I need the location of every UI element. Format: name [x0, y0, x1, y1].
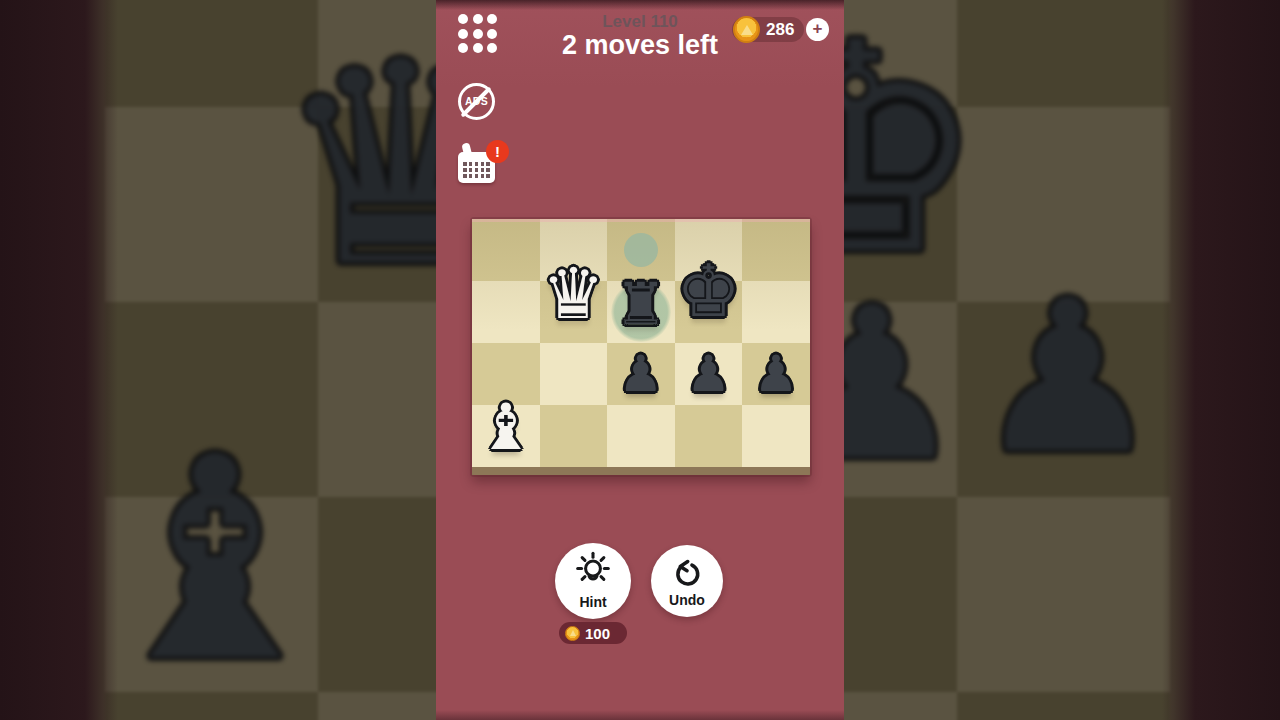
undo-arrow-icon — [670, 558, 704, 592]
app-column: Level 110 2 moves left 286 + ADS ! ♛♜♚♟♟… — [436, 0, 844, 720]
board: ♛♜♚♟♟♟♝ — [472, 219, 810, 475]
hint-cost-pill: 100 — [559, 622, 627, 644]
white-bishop[interactable]: ♝ — [477, 395, 534, 459]
lightbulb-icon — [572, 551, 614, 593]
coin-count: 286 — [766, 20, 794, 40]
board-square[interactable] — [540, 405, 608, 467]
daily-calendar-button[interactable]: ! — [458, 140, 510, 188]
background-left-strip — [0, 0, 118, 720]
black-pawn[interactable]: ♟ — [619, 349, 664, 399]
alert-badge: ! — [486, 140, 509, 163]
black-pawn[interactable]: ♟ — [686, 349, 731, 399]
board-square[interactable] — [742, 281, 810, 343]
black-king[interactable]: ♚ — [676, 255, 741, 327]
hint-button[interactable]: Hint — [555, 543, 631, 619]
screen: ♛♝♚♟♟ Level 110 2 moves left 286 + ADS ! — [0, 0, 1280, 720]
board-square[interactable] — [540, 343, 608, 405]
board-square[interactable] — [472, 281, 540, 343]
black-rook[interactable]: ♜ — [615, 275, 667, 333]
bottom-shadow — [436, 710, 844, 720]
background-square — [957, 0, 1170, 107]
undo-button[interactable]: Undo — [651, 545, 723, 617]
board-square[interactable] — [742, 219, 810, 281]
black-pawn[interactable]: ♟ — [754, 349, 799, 399]
board-edge — [472, 467, 810, 475]
coin-icon-small — [565, 626, 580, 641]
hint-cost-value: 100 — [585, 625, 610, 642]
board-square[interactable] — [472, 219, 540, 281]
board-square[interactable] — [742, 405, 810, 467]
add-coins-button[interactable]: + — [806, 18, 829, 41]
undo-label: Undo — [651, 592, 723, 608]
board-square[interactable] — [675, 405, 743, 467]
board-square[interactable] — [607, 405, 675, 467]
legal-move-dot[interactable] — [624, 233, 658, 267]
white-queen[interactable]: ♛ — [542, 259, 605, 329]
background-square — [957, 497, 1170, 692]
top-shadow — [436, 0, 844, 10]
background-bishop: ♝ — [89, 420, 340, 700]
hint-label: Hint — [555, 594, 631, 610]
background-square — [957, 692, 1170, 720]
background-right-strip — [1162, 0, 1280, 720]
coin-icon — [733, 16, 760, 43]
background-pawn: ♟ — [974, 273, 1162, 483]
no-ads-icon[interactable]: ADS — [458, 83, 495, 120]
